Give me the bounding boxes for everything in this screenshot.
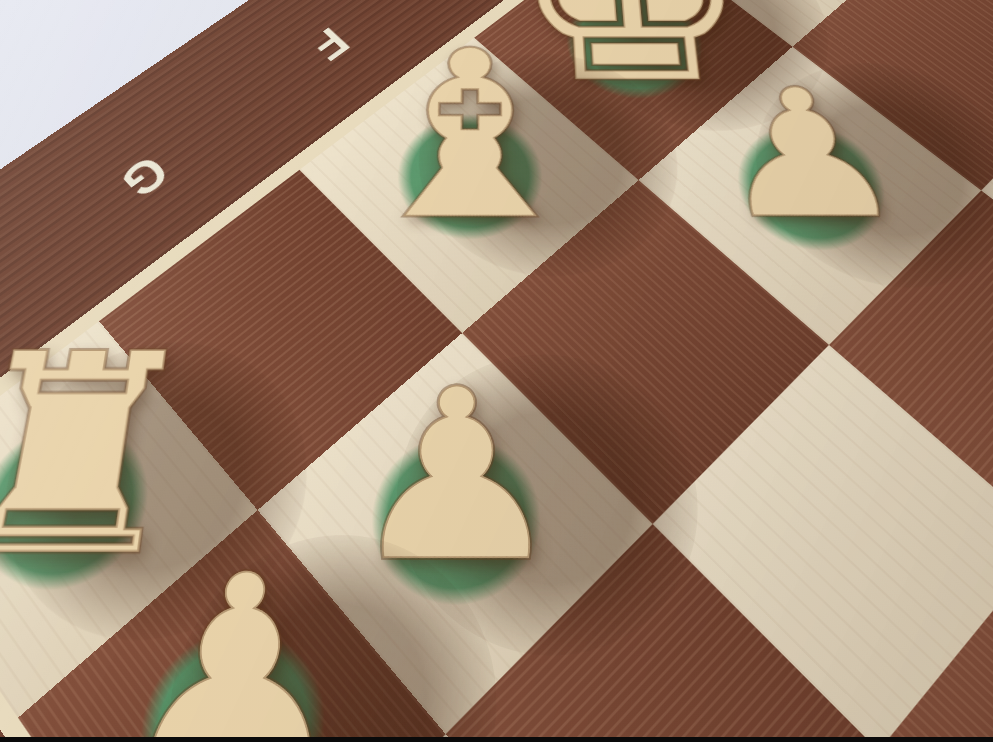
white-bishop-glyph: ♝ (340, 22, 601, 255)
chess-board: ABCDEFGH ♚♝♟♜♟♟ (0, 0, 993, 742)
chessboard-photo: ABCDEFGH ♚♝♟♜♟♟ (0, 0, 993, 742)
photo-bottom-bar (0, 737, 993, 742)
white-pawn-glyph: ♟ (101, 542, 361, 742)
white-pawn-glyph: ♟ (702, 67, 918, 245)
